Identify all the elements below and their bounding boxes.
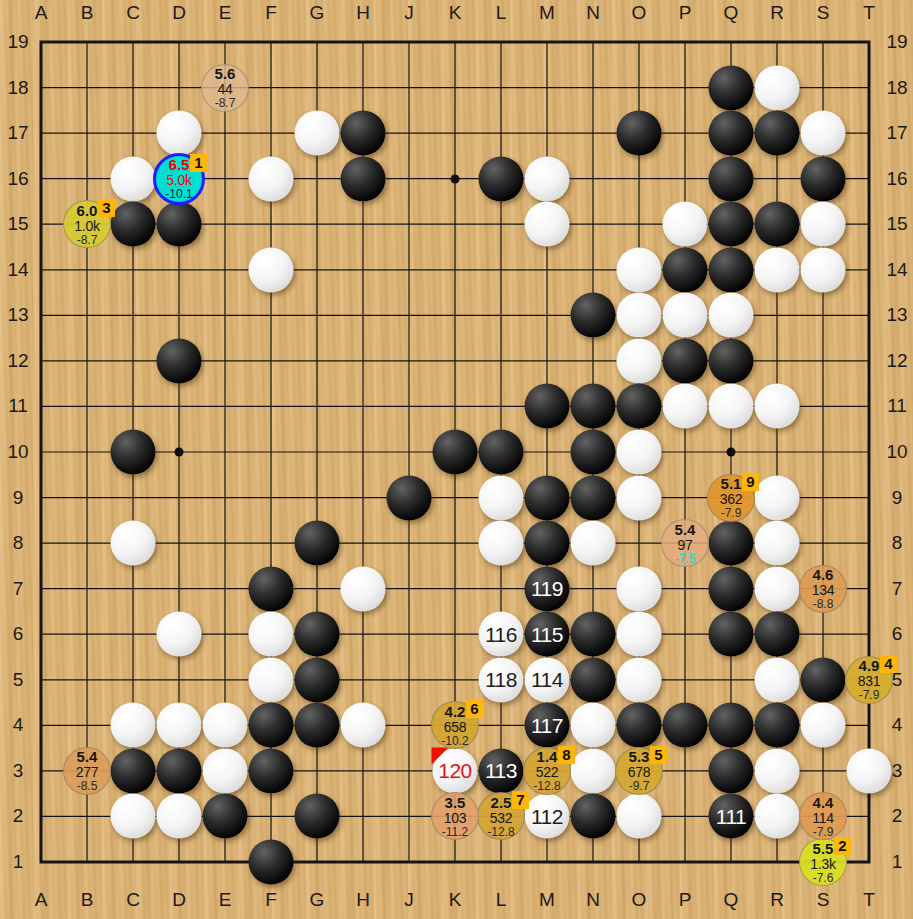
row-label-left-8: 8 bbox=[1, 532, 35, 554]
row-label-left-3: 3 bbox=[1, 760, 35, 782]
stone-white-H4[interactable] bbox=[341, 703, 386, 748]
move-number-114: 114 bbox=[531, 668, 563, 692]
stone-white-R7[interactable] bbox=[755, 566, 800, 611]
stone-white-R8[interactable] bbox=[755, 521, 800, 566]
stone-black-C3[interactable] bbox=[111, 748, 156, 793]
go-board-screenshot: AABBCCDDEEFFGGHHJJKKLLMMNNOOPPQQRRSSTT19… bbox=[0, 0, 913, 919]
stone-black-D3[interactable] bbox=[157, 748, 202, 793]
stone-black-F1[interactable] bbox=[249, 840, 294, 885]
column-label-bottom-H: H bbox=[340, 889, 386, 911]
column-label-bottom-J: J bbox=[386, 889, 432, 911]
stone-white-C16[interactable] bbox=[111, 156, 156, 201]
row-label-right-15: 15 bbox=[880, 213, 913, 235]
move-number-118: 118 bbox=[485, 668, 517, 692]
row-label-right-14: 14 bbox=[880, 259, 913, 281]
row-label-left-6: 6 bbox=[1, 623, 35, 645]
stone-white-R9[interactable] bbox=[755, 475, 800, 520]
row-label-right-4: 4 bbox=[880, 714, 913, 736]
stone-black-S5[interactable] bbox=[801, 657, 846, 702]
stone-black-J9[interactable] bbox=[387, 475, 432, 520]
column-label-bottom-Q: Q bbox=[708, 889, 754, 911]
stone-black-R6[interactable] bbox=[755, 612, 800, 657]
column-label-bottom-E: E bbox=[202, 889, 248, 911]
stone-black-L3[interactable]: 113 bbox=[479, 748, 524, 793]
column-label-bottom-M: M bbox=[524, 889, 570, 911]
column-label-bottom-N: N bbox=[570, 889, 616, 911]
stone-black-C10[interactable] bbox=[111, 430, 156, 475]
suggestion-winrate: 5.3 bbox=[629, 749, 650, 764]
stone-black-P4[interactable] bbox=[663, 703, 708, 748]
stone-white-D17[interactable] bbox=[157, 111, 202, 156]
analysis-suggestion-E18[interactable]: 5.644-8.7 bbox=[201, 64, 249, 112]
row-label-right-7: 7 bbox=[880, 578, 913, 600]
move-number-113: 113 bbox=[485, 759, 517, 783]
suggestion-score: -11.2 bbox=[442, 826, 468, 838]
column-label-bottom-R: R bbox=[754, 889, 800, 911]
stone-white-O9[interactable] bbox=[617, 475, 662, 520]
star-point-Q10 bbox=[727, 448, 736, 457]
suggestion-winrate: 4.4 bbox=[813, 795, 834, 810]
stone-white-L5[interactable]: 118 bbox=[479, 657, 524, 702]
row-label-right-12: 12 bbox=[880, 350, 913, 372]
stone-black-D15[interactable] bbox=[157, 202, 202, 247]
suggestion-rank-badge-5: 5 bbox=[650, 746, 667, 764]
stone-black-L16[interactable] bbox=[479, 156, 524, 201]
stone-black-Q4[interactable] bbox=[709, 703, 754, 748]
stone-black-R15[interactable] bbox=[755, 202, 800, 247]
suggestion-visits: 103 bbox=[444, 811, 466, 825]
stone-white-O14[interactable] bbox=[617, 247, 662, 292]
row-label-left-7: 7 bbox=[1, 578, 35, 600]
stone-white-R5[interactable] bbox=[755, 657, 800, 702]
column-label-bottom-B: B bbox=[64, 889, 110, 911]
column-label-top-E: E bbox=[202, 2, 248, 24]
column-label-top-O: O bbox=[616, 2, 662, 24]
stone-black-N10[interactable] bbox=[571, 430, 616, 475]
move-number-112: 112 bbox=[531, 804, 563, 828]
stone-black-N2[interactable] bbox=[571, 794, 616, 839]
stone-white-M15[interactable] bbox=[525, 202, 570, 247]
stone-black-N5[interactable] bbox=[571, 657, 616, 702]
row-label-left-17: 17 bbox=[1, 122, 35, 144]
stone-white-T3[interactable] bbox=[847, 748, 892, 793]
suggestion-visits: 362 bbox=[720, 492, 742, 506]
analysis-suggestion-B3[interactable]: 5.4277-8.5 bbox=[63, 747, 111, 795]
stone-white-F14[interactable] bbox=[249, 247, 294, 292]
row-label-left-16: 16 bbox=[1, 168, 35, 190]
stone-white-O13[interactable] bbox=[617, 293, 662, 338]
column-label-top-T: T bbox=[846, 2, 892, 24]
column-label-top-P: P bbox=[662, 2, 708, 24]
row-label-left-11: 11 bbox=[1, 395, 35, 417]
stone-white-R18[interactable] bbox=[755, 65, 800, 110]
stone-black-Q15[interactable] bbox=[709, 202, 754, 247]
stone-white-N4[interactable] bbox=[571, 703, 616, 748]
stone-black-Q14[interactable] bbox=[709, 247, 754, 292]
column-label-bottom-O: O bbox=[616, 889, 662, 911]
column-label-top-G: G bbox=[294, 2, 340, 24]
stone-black-F4[interactable] bbox=[249, 703, 294, 748]
suggestion-score: -8.8 bbox=[813, 598, 834, 610]
suggestion-winrate: 6.0 bbox=[77, 203, 98, 218]
row-label-right-11: 11 bbox=[880, 395, 913, 417]
column-label-top-H: H bbox=[340, 2, 386, 24]
row-label-right-6: 6 bbox=[880, 623, 913, 645]
row-label-left-4: 4 bbox=[1, 714, 35, 736]
suggestion-score: -7.6 bbox=[813, 872, 834, 884]
suggestion-winrate: 5.4 bbox=[77, 749, 98, 764]
stone-black-K10[interactable] bbox=[433, 430, 478, 475]
stone-white-F6[interactable] bbox=[249, 612, 294, 657]
stone-white-E4[interactable] bbox=[203, 703, 248, 748]
row-label-left-9: 9 bbox=[1, 487, 35, 509]
stone-black-G8[interactable] bbox=[295, 521, 340, 566]
stone-white-S14[interactable] bbox=[801, 247, 846, 292]
stone-white-C8[interactable] bbox=[111, 521, 156, 566]
stone-black-M7[interactable]: 119 bbox=[525, 566, 570, 611]
stone-black-G6[interactable] bbox=[295, 612, 340, 657]
column-label-bottom-G: G bbox=[294, 889, 340, 911]
column-label-top-R: R bbox=[754, 2, 800, 24]
suggestion-rank-badge-9: 9 bbox=[742, 473, 759, 491]
stone-white-P11[interactable] bbox=[663, 384, 708, 429]
stone-white-C4[interactable] bbox=[111, 703, 156, 748]
stone-black-P14[interactable] bbox=[663, 247, 708, 292]
stone-white-O2[interactable] bbox=[617, 794, 662, 839]
row-label-left-15: 15 bbox=[1, 213, 35, 235]
stone-black-Q2[interactable]: 111 bbox=[709, 794, 754, 839]
stone-black-G4[interactable] bbox=[295, 703, 340, 748]
stone-black-M6[interactable]: 115 bbox=[525, 612, 570, 657]
suggestion-score: -10.1 bbox=[165, 188, 192, 200]
column-label-bottom-K: K bbox=[432, 889, 478, 911]
stone-white-M5[interactable]: 114 bbox=[525, 657, 570, 702]
stone-black-R4[interactable] bbox=[755, 703, 800, 748]
column-label-top-J: J bbox=[386, 2, 432, 24]
stone-white-P15[interactable] bbox=[663, 202, 708, 247]
suggestion-winrate: 5.4 bbox=[675, 522, 696, 537]
stone-black-M8[interactable] bbox=[525, 521, 570, 566]
stone-white-O5[interactable] bbox=[617, 657, 662, 702]
row-label-right-8: 8 bbox=[880, 532, 913, 554]
suggestion-score: -7.5 bbox=[675, 553, 696, 565]
column-label-bottom-S: S bbox=[800, 889, 846, 911]
suggestion-score: -12.8 bbox=[487, 826, 514, 838]
stone-white-R11[interactable] bbox=[755, 384, 800, 429]
suggestion-rank-badge-6: 6 bbox=[466, 700, 483, 718]
analysis-suggestion-S7[interactable]: 4.6134-8.8 bbox=[799, 565, 847, 613]
suggestion-score: -7.9 bbox=[813, 826, 834, 838]
stone-white-H7[interactable] bbox=[341, 566, 386, 611]
stone-white-R14[interactable] bbox=[755, 247, 800, 292]
row-label-right-9: 9 bbox=[880, 487, 913, 509]
stone-black-M4[interactable]: 117 bbox=[525, 703, 570, 748]
column-label-bottom-L: L bbox=[478, 889, 524, 911]
stone-white-G17[interactable] bbox=[295, 111, 340, 156]
suggestion-score: -7.9 bbox=[721, 507, 742, 519]
stone-white-F5[interactable] bbox=[249, 657, 294, 702]
stone-white-D6[interactable] bbox=[157, 612, 202, 657]
suggestion-visits: 134 bbox=[812, 583, 834, 597]
move-number-117: 117 bbox=[531, 713, 563, 737]
stone-black-G5[interactable] bbox=[295, 657, 340, 702]
row-label-right-10: 10 bbox=[880, 441, 913, 463]
suggestion-winrate: 5.5 bbox=[813, 841, 834, 856]
row-label-right-16: 16 bbox=[880, 168, 913, 190]
stone-white-S15[interactable] bbox=[801, 202, 846, 247]
stone-white-C2[interactable] bbox=[111, 794, 156, 839]
suggestion-visits: 1.3k bbox=[810, 857, 835, 871]
suggestion-visits: 678 bbox=[628, 765, 650, 779]
last-move-marker bbox=[432, 747, 449, 764]
suggestion-winrate: 4.9 bbox=[859, 658, 880, 673]
row-label-left-1: 1 bbox=[1, 851, 35, 873]
suggestion-score: -7.9 bbox=[859, 689, 880, 701]
stone-white-D4[interactable] bbox=[157, 703, 202, 748]
stone-black-O11[interactable] bbox=[617, 384, 662, 429]
row-label-left-19: 19 bbox=[1, 31, 35, 53]
stone-black-Q6[interactable] bbox=[709, 612, 754, 657]
stone-white-M2[interactable]: 112 bbox=[525, 794, 570, 839]
stone-white-S4[interactable] bbox=[801, 703, 846, 748]
stone-white-F16[interactable] bbox=[249, 156, 294, 201]
analysis-suggestion-P8[interactable]: 5.497-7.5 bbox=[661, 519, 709, 567]
column-label-top-B: B bbox=[64, 2, 110, 24]
suggestion-visits: 277 bbox=[76, 765, 98, 779]
row-label-left-2: 2 bbox=[1, 805, 35, 827]
stone-white-M16[interactable] bbox=[525, 156, 570, 201]
stone-black-M11[interactable] bbox=[525, 384, 570, 429]
suggestion-winrate: 2.5 bbox=[491, 795, 512, 810]
suggestion-visits: 114 bbox=[812, 811, 833, 825]
row-label-right-18: 18 bbox=[880, 77, 913, 99]
move-number-115: 115 bbox=[531, 622, 563, 646]
stone-white-R3[interactable] bbox=[755, 748, 800, 793]
suggestion-winrate: 1.4 bbox=[537, 749, 558, 764]
stone-black-O17[interactable] bbox=[617, 111, 662, 156]
stone-black-L10[interactable] bbox=[479, 430, 524, 475]
stone-white-N3[interactable] bbox=[571, 748, 616, 793]
move-number-116: 116 bbox=[485, 622, 517, 646]
stone-white-N8[interactable] bbox=[571, 521, 616, 566]
suggestion-score: -12.8 bbox=[533, 780, 560, 792]
row-label-left-13: 13 bbox=[1, 304, 35, 326]
suggestion-visits: 5.0k bbox=[166, 173, 191, 187]
suggestion-rank-badge-1: 1 bbox=[190, 154, 207, 172]
row-label-right-2: 2 bbox=[880, 805, 913, 827]
stone-black-H17[interactable] bbox=[341, 111, 386, 156]
suggestion-winrate: 3.5 bbox=[445, 795, 466, 810]
column-label-bottom-A: A bbox=[18, 889, 64, 911]
stone-white-O6[interactable] bbox=[617, 612, 662, 657]
stone-white-L6[interactable]: 116 bbox=[479, 612, 524, 657]
stone-black-Q8[interactable] bbox=[709, 521, 754, 566]
stone-black-C15[interactable] bbox=[111, 202, 156, 247]
stone-black-E2[interactable] bbox=[203, 794, 248, 839]
stone-black-Q16[interactable] bbox=[709, 156, 754, 201]
stone-white-O7[interactable] bbox=[617, 566, 662, 611]
suggestion-visits: 831 bbox=[858, 674, 880, 688]
column-label-bottom-T: T bbox=[846, 889, 892, 911]
row-label-left-12: 12 bbox=[1, 350, 35, 372]
row-label-left-18: 18 bbox=[1, 77, 35, 99]
column-label-bottom-C: C bbox=[110, 889, 156, 911]
stone-white-L9[interactable] bbox=[479, 475, 524, 520]
stone-white-Q13[interactable] bbox=[709, 293, 754, 338]
suggestion-winrate: 5.6 bbox=[215, 66, 236, 81]
row-label-right-13: 13 bbox=[880, 304, 913, 326]
stone-black-M9[interactable] bbox=[525, 475, 570, 520]
move-number-119: 119 bbox=[531, 577, 563, 601]
column-label-top-C: C bbox=[110, 2, 156, 24]
column-label-top-A: A bbox=[18, 2, 64, 24]
column-label-top-Q: Q bbox=[708, 2, 754, 24]
suggestion-visits: 1.0k bbox=[74, 219, 99, 233]
suggestion-score: -8.5 bbox=[77, 780, 98, 792]
analysis-suggestion-S2[interactable]: 4.4114-7.9 bbox=[799, 792, 847, 840]
stone-white-O10[interactable] bbox=[617, 430, 662, 475]
suggestion-score: -10.2 bbox=[441, 735, 468, 747]
stone-black-D12[interactable] bbox=[157, 338, 202, 383]
suggestion-visits: 44 bbox=[218, 82, 233, 96]
analysis-suggestion-K2[interactable]: 3.5103-11.2 bbox=[431, 792, 479, 840]
stone-black-G2[interactable] bbox=[295, 794, 340, 839]
suggestion-rank-badge-2: 2 bbox=[834, 837, 851, 855]
row-label-right-19: 19 bbox=[880, 31, 913, 53]
column-label-top-N: N bbox=[570, 2, 616, 24]
stone-white-L8[interactable] bbox=[479, 521, 524, 566]
row-label-left-10: 10 bbox=[1, 441, 35, 463]
stone-black-P12[interactable] bbox=[663, 338, 708, 383]
row-label-left-5: 5 bbox=[1, 669, 35, 691]
stone-black-F3[interactable] bbox=[249, 748, 294, 793]
stone-white-E3[interactable] bbox=[203, 748, 248, 793]
stone-black-S16[interactable] bbox=[801, 156, 846, 201]
stone-black-N6[interactable] bbox=[571, 612, 616, 657]
column-label-top-D: D bbox=[156, 2, 202, 24]
stone-black-H16[interactable] bbox=[341, 156, 386, 201]
suggestion-winrate: 6.5 bbox=[169, 157, 190, 172]
column-label-top-F: F bbox=[248, 2, 294, 24]
stone-white-K3[interactable]: 120 bbox=[433, 748, 478, 793]
stone-black-F7[interactable] bbox=[249, 566, 294, 611]
stone-black-R17[interactable] bbox=[755, 111, 800, 156]
stone-black-O4[interactable] bbox=[617, 703, 662, 748]
column-label-bottom-P: P bbox=[662, 889, 708, 911]
suggestion-rank-badge-8: 8 bbox=[558, 746, 575, 764]
column-label-bottom-F: F bbox=[248, 889, 294, 911]
stone-black-Q17[interactable] bbox=[709, 111, 754, 156]
row-label-left-14: 14 bbox=[1, 259, 35, 281]
stone-black-Q7[interactable] bbox=[709, 566, 754, 611]
suggestion-score: -8.7 bbox=[215, 97, 236, 109]
stone-black-N11[interactable] bbox=[571, 384, 616, 429]
column-label-top-M: M bbox=[524, 2, 570, 24]
stone-white-P13[interactable] bbox=[663, 293, 708, 338]
suggestion-rank-badge-3: 3 bbox=[98, 199, 115, 217]
column-label-top-L: L bbox=[478, 2, 524, 24]
stone-white-S17[interactable] bbox=[801, 111, 846, 156]
stone-black-Q12[interactable] bbox=[709, 338, 754, 383]
star-point-D10 bbox=[175, 448, 184, 457]
move-number-111: 111 bbox=[716, 804, 746, 828]
suggestion-winrate: 4.2 bbox=[445, 704, 466, 719]
star-point-K16 bbox=[451, 174, 460, 183]
suggestion-rank-badge-7: 7 bbox=[512, 791, 529, 809]
stone-black-N9[interactable] bbox=[571, 475, 616, 520]
stone-white-R2[interactable] bbox=[755, 794, 800, 839]
suggestion-winrate: 5.1 bbox=[721, 476, 742, 491]
stone-white-Q11[interactable] bbox=[709, 384, 754, 429]
suggestion-visits: 532 bbox=[490, 811, 512, 825]
stone-black-N13[interactable] bbox=[571, 293, 616, 338]
stone-white-D2[interactable] bbox=[157, 794, 202, 839]
row-label-right-17: 17 bbox=[880, 122, 913, 144]
suggestion-winrate: 4.6 bbox=[813, 567, 834, 582]
row-label-right-1: 1 bbox=[880, 851, 913, 873]
suggestion-visits: 97 bbox=[678, 538, 693, 552]
column-label-top-S: S bbox=[800, 2, 846, 24]
suggestion-score: -8.7 bbox=[77, 234, 98, 246]
stone-white-O12[interactable] bbox=[617, 338, 662, 383]
column-label-bottom-D: D bbox=[156, 889, 202, 911]
suggestion-visits: 522 bbox=[536, 765, 558, 779]
suggestion-score: -9.7 bbox=[629, 780, 650, 792]
stone-black-Q3[interactable] bbox=[709, 748, 754, 793]
stone-black-Q18[interactable] bbox=[709, 65, 754, 110]
suggestion-visits: 658 bbox=[444, 720, 466, 734]
column-label-top-K: K bbox=[432, 2, 478, 24]
suggestion-rank-badge-4: 4 bbox=[880, 655, 897, 673]
